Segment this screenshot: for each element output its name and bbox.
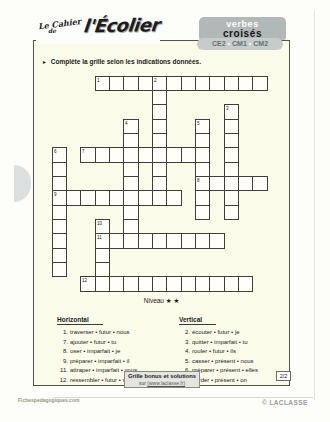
grid-cell[interactable] [95, 276, 110, 291]
grid-cell[interactable] [109, 76, 124, 91]
grid-cell[interactable] [123, 76, 138, 91]
page-number-badge: 2/2 [276, 371, 291, 381]
clue-number: 4. [179, 348, 190, 354]
grid-cell[interactable] [152, 119, 167, 134]
grid-cell[interactable] [123, 205, 138, 220]
level-separator-dot: • [249, 40, 251, 47]
grid-cell[interactable] [224, 205, 239, 220]
instruction-text: Complète la grille selon les indications… [51, 58, 201, 65]
grid-cell[interactable] [95, 190, 110, 205]
clue-number: 9. [57, 358, 68, 364]
grid-cell[interactable] [238, 176, 253, 191]
vertical-header: Vertical [179, 316, 216, 325]
grid-cell[interactable] [224, 147, 239, 162]
clue-number: 11. [57, 367, 68, 373]
clue-number: 2. [179, 329, 190, 335]
clue-number: 5. [179, 358, 190, 364]
grid-cell[interactable] [109, 147, 124, 162]
cell-number: 12 [82, 277, 87, 282]
grid-cell[interactable] [80, 190, 95, 205]
grid-cell[interactable]: 10 [95, 219, 110, 234]
grid-cell[interactable] [152, 162, 167, 177]
clue-item: 8. oser • imparfait • je [57, 348, 175, 358]
grid-cell[interactable] [166, 233, 181, 248]
horizontal-header: Horizontal [57, 316, 103, 325]
grid-cell[interactable] [123, 176, 138, 191]
grid-cell[interactable] [138, 76, 153, 91]
arrow-bullet-icon: ► [42, 59, 47, 65]
clue-text: traverser • futur • nous [70, 329, 130, 335]
grid-cell[interactable] [95, 262, 110, 277]
scan-edge-bottom [53, 397, 313, 398]
level-cm1: CM1 [232, 40, 247, 47]
clue-number: 3. [179, 339, 190, 345]
clue-text: rouler • futur • ils [192, 348, 236, 354]
grid-cell[interactable]: 9 [52, 190, 67, 205]
clue-number: 7. [57, 339, 68, 345]
bonus-solutions-box: Grille bonus et solutions sur (www.lacla… [124, 371, 200, 388]
grid-cell[interactable]: 8 [195, 176, 210, 191]
cell-number: 5 [197, 120, 200, 125]
level-ce2: CE2 [212, 40, 226, 47]
fichespedagogiques-site-label: Fichespedagogiques.com [18, 397, 79, 403]
logo-left-block: Le Cahier de [38, 19, 81, 34]
clue-text: garder • présent • on [192, 377, 247, 383]
clue-item: 9. préparer • imparfait • il [57, 358, 175, 368]
grid-cell[interactable] [166, 76, 181, 91]
side-tab [14, 165, 31, 202]
grid-cell[interactable] [152, 104, 167, 119]
grid-cell[interactable]: 3 [224, 104, 239, 119]
bonus-line1: Grille bonus et solutions [125, 373, 199, 380]
grid-cell[interactable] [238, 276, 253, 291]
bonus-sur-label: sur [139, 380, 146, 386]
grid-cell[interactable]: 5 [195, 119, 210, 134]
laclasse-url-link[interactable]: (www.laclasse.fr) [147, 380, 185, 386]
grid-cell[interactable] [138, 147, 153, 162]
grid-cell[interactable]: 4 [123, 119, 138, 134]
grid-cell[interactable] [166, 190, 181, 205]
clue-text: préparer • imparfait • il [70, 358, 129, 364]
grid-cell[interactable] [209, 176, 224, 191]
bonus-line2: sur (www.laclasse.fr) [125, 380, 199, 386]
grid-cell[interactable] [195, 190, 210, 205]
grid-cell[interactable] [195, 276, 210, 291]
crossword-grid: 123458697101112 [52, 76, 269, 293]
clue-text: préparer • présent • elles [192, 367, 258, 373]
grid-cell[interactable] [224, 176, 239, 191]
grid-cell[interactable] [166, 147, 181, 162]
grid-cell[interactable] [152, 190, 167, 205]
grid-cell[interactable] [52, 233, 67, 248]
grid-cell[interactable] [224, 133, 239, 148]
clue-number: 12. [57, 377, 68, 383]
grid-cell[interactable] [123, 162, 138, 177]
grid-cell[interactable] [224, 276, 239, 291]
level-cm2: CM2 [253, 40, 268, 47]
grid-cell[interactable] [109, 276, 124, 291]
clue-text: casser • présent • nous [192, 358, 254, 364]
grid-cell[interactable] [123, 276, 138, 291]
cell-number: 4 [125, 120, 128, 125]
grid-cell[interactable] [66, 190, 81, 205]
grid-cell[interactable] [181, 76, 196, 91]
grid-cell[interactable] [152, 133, 167, 148]
grid-cell[interactable] [123, 133, 138, 148]
clue-text: quitter • imparfait • tu [192, 339, 248, 345]
grid-cell[interactable] [224, 119, 239, 134]
grid-cell[interactable]: 11 [95, 233, 110, 248]
grid-cell[interactable] [224, 76, 239, 91]
laclasse-logo: © LACLASSE [262, 399, 308, 406]
grid-cell[interactable] [181, 276, 196, 291]
grid-cell[interactable] [224, 190, 239, 205]
clue-item: 2. écouter • futur • je [179, 329, 285, 339]
clue-number: 1. [57, 329, 68, 335]
cell-number: 10 [97, 220, 102, 225]
grid-cell[interactable] [195, 233, 210, 248]
title-badge: verbes croisés [199, 17, 286, 40]
grid-cell[interactable] [166, 276, 181, 291]
grid-cell[interactable] [138, 233, 153, 248]
clue-number: 8. [57, 348, 68, 354]
cell-number: 9 [54, 191, 57, 196]
grid-cell[interactable] [224, 162, 239, 177]
grid-cell[interactable]: 12 [80, 276, 95, 291]
grid-cell[interactable]: 1 [95, 76, 110, 91]
grid-cell[interactable] [181, 233, 196, 248]
grid-cell[interactable] [52, 176, 67, 191]
grid-cell[interactable] [152, 176, 167, 191]
grid-cell[interactable] [52, 205, 67, 220]
clue-item: 3. quitter • imparfait • tu [179, 339, 285, 349]
grid-cell[interactable] [195, 162, 210, 177]
clue-text: écouter • futur • je [192, 329, 240, 335]
grid-cell[interactable] [52, 162, 67, 177]
grid-cell[interactable] [195, 205, 210, 220]
grid-cell[interactable]: 6 [52, 147, 67, 162]
grid-cell[interactable] [152, 233, 167, 248]
clue-item: 1. traverser • futur • nous [57, 329, 175, 339]
grid-cell[interactable] [152, 90, 167, 105]
niveau-label: Niveau ★ ★ [33, 297, 290, 305]
clue-text: oser • imparfait • je [70, 348, 120, 354]
grid-cell[interactable] [95, 248, 110, 263]
clue-item: 7. ajouter • futur • tu [57, 339, 175, 349]
grid-cell[interactable] [138, 190, 153, 205]
grid-cell[interactable] [109, 233, 124, 248]
grid-cell[interactable] [181, 147, 196, 162]
grid-cell[interactable]: 2 [152, 76, 167, 91]
instruction-line: ► Complète la grille selon les indicatio… [42, 58, 272, 65]
level-separator-dot: • [228, 40, 230, 47]
cell-number: 2 [154, 77, 157, 82]
cell-number: 11 [97, 234, 102, 239]
cell-number: 1 [97, 77, 100, 82]
cell-number: 3 [226, 105, 229, 110]
grid-cell[interactable] [195, 76, 210, 91]
grid-cell[interactable] [195, 133, 210, 148]
grid-cell[interactable] [123, 219, 138, 234]
grid-cell[interactable] [152, 147, 167, 162]
grid-cell[interactable] [123, 233, 138, 248]
grid-cell[interactable] [52, 219, 67, 234]
grid-cell[interactable] [195, 147, 210, 162]
level-pill: CE2 • CM1 • CM2 [197, 38, 283, 50]
grid-cell[interactable] [209, 276, 224, 291]
scan-edge-right [314, 10, 315, 400]
logo-main-text: l'Écolier [82, 14, 160, 37]
clue-item: 4. rouler • futur • ils [179, 348, 285, 358]
cell-number: 8 [197, 177, 200, 182]
grid-cell[interactable] [138, 276, 153, 291]
grid-cell[interactable] [209, 233, 224, 248]
cell-number: 7 [82, 148, 85, 153]
grid-cell[interactable]: 7 [80, 147, 95, 162]
worksheet-canvas: Le Cahier de l'Écolier verbes croisés CE… [0, 0, 330, 422]
grid-cell[interactable] [252, 176, 267, 191]
grid-cell[interactable] [52, 262, 67, 277]
grid-cell[interactable] [123, 190, 138, 205]
grid-cell[interactable] [152, 276, 167, 291]
cahier-ecolier-logo: Le Cahier de l'Écolier [38, 14, 169, 46]
clue-text: ajouter • futur • tu [70, 339, 116, 345]
clue-item: 5. casser • présent • nous [179, 358, 285, 368]
cell-number: 6 [54, 148, 57, 153]
grid-cell[interactable] [209, 76, 224, 91]
grid-cell[interactable] [252, 76, 267, 91]
grid-cell[interactable] [95, 147, 110, 162]
grid-cell[interactable] [109, 190, 124, 205]
grid-cell[interactable] [123, 147, 138, 162]
grid-cell[interactable] [52, 248, 67, 263]
grid-cell[interactable] [238, 76, 253, 91]
